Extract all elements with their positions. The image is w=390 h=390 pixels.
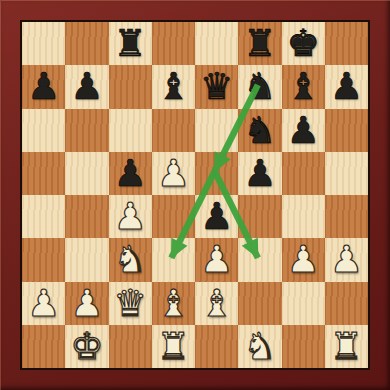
chess-board: ♜♜♚♟♟♝♛♞♝♟♞♟♟♟♟♟♟♞♟♟♟♟♟♛♝♝♚♜♞♜ [22, 22, 368, 368]
white-rook-h1[interactable]: ♜ [330, 325, 363, 368]
square-e2[interactable]: ♝ [195, 282, 238, 325]
square-h1[interactable]: ♜ [325, 325, 368, 368]
white-bishop-e2[interactable]: ♝ [200, 282, 233, 325]
square-a2[interactable]: ♟ [22, 282, 65, 325]
square-e5[interactable] [195, 152, 238, 195]
white-pawn-d5[interactable]: ♟ [157, 152, 190, 195]
board-inner-border: ♜♜♚♟♟♝♛♞♝♟♞♟♟♟♟♟♟♞♟♟♟♟♟♛♝♝♚♜♞♜ [20, 20, 370, 370]
square-g3[interactable]: ♟ [282, 238, 325, 281]
square-a1[interactable] [22, 325, 65, 368]
black-pawn-b7[interactable]: ♟ [70, 65, 103, 108]
square-h8[interactable] [325, 22, 368, 65]
square-a6[interactable] [22, 109, 65, 152]
black-pawn-f5[interactable]: ♟ [243, 152, 276, 195]
square-c1[interactable] [109, 325, 152, 368]
square-g8[interactable]: ♚ [282, 22, 325, 65]
board-frame: ♜♜♚♟♟♝♛♞♝♟♞♟♟♟♟♟♟♞♟♟♟♟♟♛♝♝♚♜♞♜ [0, 0, 390, 390]
white-king-b1[interactable]: ♚ [70, 325, 103, 368]
square-b7[interactable]: ♟ [65, 65, 108, 108]
square-c2[interactable]: ♛ [109, 282, 152, 325]
square-c4[interactable]: ♟ [109, 195, 152, 238]
square-a5[interactable] [22, 152, 65, 195]
black-pawn-h7[interactable]: ♟ [330, 65, 363, 108]
square-d6[interactable] [152, 109, 195, 152]
black-rook-c8[interactable]: ♜ [114, 22, 147, 65]
square-d2[interactable]: ♝ [152, 282, 195, 325]
black-knight-f6[interactable]: ♞ [243, 109, 276, 152]
square-e1[interactable] [195, 325, 238, 368]
square-h6[interactable] [325, 109, 368, 152]
square-f5[interactable]: ♟ [238, 152, 281, 195]
square-a4[interactable] [22, 195, 65, 238]
white-pawn-c4[interactable]: ♟ [114, 195, 147, 238]
square-f1[interactable]: ♞ [238, 325, 281, 368]
white-rook-d1[interactable]: ♜ [157, 325, 190, 368]
square-e8[interactable] [195, 22, 238, 65]
square-c3[interactable]: ♞ [109, 238, 152, 281]
square-b6[interactable] [65, 109, 108, 152]
black-king-g8[interactable]: ♚ [287, 22, 320, 65]
square-e3[interactable]: ♟ [195, 238, 238, 281]
square-b2[interactable]: ♟ [65, 282, 108, 325]
black-pawn-c5[interactable]: ♟ [114, 152, 147, 195]
square-g5[interactable] [282, 152, 325, 195]
square-e6[interactable] [195, 109, 238, 152]
square-g4[interactable] [282, 195, 325, 238]
black-knight-f7[interactable]: ♞ [243, 65, 276, 108]
black-pawn-g6[interactable]: ♟ [287, 109, 320, 152]
square-a7[interactable]: ♟ [22, 65, 65, 108]
white-pawn-h3[interactable]: ♟ [330, 238, 363, 281]
square-a3[interactable] [22, 238, 65, 281]
square-f4[interactable] [238, 195, 281, 238]
black-queen-e7[interactable]: ♛ [200, 65, 233, 108]
white-pawn-g3[interactable]: ♟ [287, 238, 320, 281]
square-d4[interactable] [152, 195, 195, 238]
black-bishop-d7[interactable]: ♝ [157, 65, 190, 108]
square-h3[interactable]: ♟ [325, 238, 368, 281]
square-d8[interactable] [152, 22, 195, 65]
square-g6[interactable]: ♟ [282, 109, 325, 152]
square-b1[interactable]: ♚ [65, 325, 108, 368]
black-bishop-g7[interactable]: ♝ [287, 65, 320, 108]
square-f8[interactable]: ♜ [238, 22, 281, 65]
square-f7[interactable]: ♞ [238, 65, 281, 108]
square-g7[interactable]: ♝ [282, 65, 325, 108]
square-f6[interactable]: ♞ [238, 109, 281, 152]
white-pawn-e3[interactable]: ♟ [200, 238, 233, 281]
square-a8[interactable] [22, 22, 65, 65]
white-pawn-b2[interactable]: ♟ [70, 282, 103, 325]
square-h2[interactable] [325, 282, 368, 325]
black-pawn-a7[interactable]: ♟ [27, 65, 60, 108]
black-pawn-e4[interactable]: ♟ [200, 195, 233, 238]
white-knight-f1[interactable]: ♞ [243, 325, 276, 368]
square-c5[interactable]: ♟ [109, 152, 152, 195]
square-c8[interactable]: ♜ [109, 22, 152, 65]
square-h4[interactable] [325, 195, 368, 238]
square-h5[interactable] [325, 152, 368, 195]
square-h7[interactable]: ♟ [325, 65, 368, 108]
square-b5[interactable] [65, 152, 108, 195]
square-d1[interactable]: ♜ [152, 325, 195, 368]
square-c6[interactable] [109, 109, 152, 152]
square-c7[interactable] [109, 65, 152, 108]
square-b3[interactable] [65, 238, 108, 281]
white-queen-c2[interactable]: ♛ [114, 282, 147, 325]
square-f2[interactable] [238, 282, 281, 325]
square-e7[interactable]: ♛ [195, 65, 238, 108]
square-b8[interactable] [65, 22, 108, 65]
white-bishop-d2[interactable]: ♝ [157, 282, 190, 325]
square-g2[interactable] [282, 282, 325, 325]
square-d3[interactable] [152, 238, 195, 281]
square-e4[interactable]: ♟ [195, 195, 238, 238]
black-rook-f8[interactable]: ♜ [243, 22, 276, 65]
square-b4[interactable] [65, 195, 108, 238]
square-d7[interactable]: ♝ [152, 65, 195, 108]
square-g1[interactable] [282, 325, 325, 368]
white-knight-c3[interactable]: ♞ [114, 238, 147, 281]
square-f3[interactable] [238, 238, 281, 281]
white-pawn-a2[interactable]: ♟ [27, 282, 60, 325]
square-d5[interactable]: ♟ [152, 152, 195, 195]
